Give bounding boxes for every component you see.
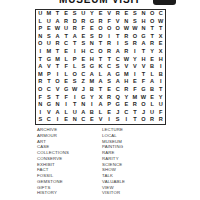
grid-cell-r12c5: I — [70, 94, 79, 102]
grid-cell-r6c2: M — [45, 48, 54, 56]
word-list-right-column: LECTURELOCALMUSEUMPAINTINGRARERARITYSCIE… — [102, 127, 164, 196]
grid-cell-r2c9: F — [105, 18, 114, 26]
grid-cell-r6c1: I — [36, 48, 45, 56]
grid-cell-r11c13: G — [139, 86, 148, 94]
grid-cell-r8c11: V — [122, 63, 131, 71]
grid-cell-r4c12: O — [131, 33, 140, 41]
grid-cell-r3c10: O — [113, 25, 122, 33]
grid-cell-r14c5: U — [70, 109, 79, 117]
grid-cell-r1c7: Y — [88, 10, 97, 18]
grid-cell-r10c11: H — [122, 78, 131, 86]
grid-cell-r10c15: I — [156, 78, 165, 86]
word-list-item: HISTORY — [37, 190, 99, 196]
grid-cell-r2c2: U — [45, 18, 54, 26]
grid-cell-r2c15: W — [156, 18, 165, 26]
grid-cell-r7c4: L — [62, 56, 71, 64]
grid-cell-r10c14: A — [148, 78, 157, 86]
grid-cell-r15c6: C — [79, 116, 88, 124]
grid-cell-r11c5: W — [70, 86, 79, 94]
grid-cell-r3c12: W — [131, 25, 140, 33]
grid-cell-r6c6: H — [79, 48, 88, 56]
grid-cell-r11c1: O — [36, 86, 45, 94]
grid-cell-r3c7: E — [88, 25, 97, 33]
grid-cell-r4c11: R — [122, 33, 131, 41]
grid-cell-r9c10: G — [113, 71, 122, 79]
grid-cell-r3c5: R — [70, 25, 79, 33]
grid-cell-r13c14: L — [148, 101, 157, 109]
grid-cell-r7c1: T — [36, 56, 45, 64]
grid-cell-r5c7: N — [88, 40, 97, 48]
grid-cell-r15c15: R — [156, 116, 165, 124]
grid-cell-r13c6: N — [79, 101, 88, 109]
grid-cell-r13c15: U — [156, 101, 165, 109]
grid-cell-r12c13: W — [139, 94, 148, 102]
grid-cell-r5c14: R — [148, 40, 157, 48]
grid-cell-r8c8: K — [96, 63, 105, 71]
grid-cell-r13c10: G — [113, 101, 122, 109]
grid-cell-r12c3: T — [53, 94, 62, 102]
grid-cell-r3c14: T — [148, 25, 157, 33]
grid-cell-r11c9: E — [105, 86, 114, 94]
grid-cell-r5c3: R — [53, 40, 62, 48]
grid-cell-r3c11: W — [122, 25, 131, 33]
grid-cell-r4c2: S — [45, 33, 54, 41]
grid-cell-r4c6: E — [79, 33, 88, 41]
grid-cell-r12c4: F — [62, 94, 71, 102]
grid-cell-r3c2: E — [45, 25, 54, 33]
grid-cell-r4c14: T — [148, 33, 157, 41]
grid-cell-r9c7: A — [88, 71, 97, 79]
grid-cell-r14c15: F — [156, 109, 165, 117]
grid-cell-r14c9: E — [105, 109, 114, 117]
grid-cell-r6c3: T — [53, 48, 62, 56]
grid-cell-r8c3: T — [53, 63, 62, 71]
grid-cell-r7c10: C — [113, 56, 122, 64]
grid-cell-r13c4: I — [62, 101, 71, 109]
grid-cell-r4c9: I — [105, 33, 114, 41]
grid-cell-r2c1: L — [36, 18, 45, 26]
grid-cell-r4c7: S — [88, 33, 97, 41]
grid-cell-r14c6: A — [79, 109, 88, 117]
grid-cell-r1c12: S — [131, 10, 140, 18]
grid-cell-r5c2: U — [45, 40, 54, 48]
grid-cell-r11c15: T — [156, 86, 165, 94]
grid-cell-r12c10: Q — [113, 94, 122, 102]
grid-cell-r2c11: N — [122, 18, 131, 26]
grid-cell-r13c12: R — [131, 101, 140, 109]
grid-cell-r7c6: E — [79, 56, 88, 64]
grid-cell-r10c7: M — [88, 78, 97, 86]
grid-cell-r13c3: N — [53, 101, 62, 109]
grid-cell-r1c13: N — [139, 10, 148, 18]
grid-cell-r3c9: O — [105, 25, 114, 33]
grid-cell-r7c14: E — [148, 56, 157, 64]
grid-cell-r9c12: I — [131, 71, 140, 79]
grid-cell-r9c8: L — [96, 71, 105, 79]
grid-cell-r11c4: G — [62, 86, 71, 94]
grid-cell-r5c5: T — [70, 40, 79, 48]
grid-cell-r8c5: L — [70, 63, 79, 71]
grid-cell-r15c5: N — [70, 116, 79, 124]
grid-cell-r2c7: G — [88, 18, 97, 26]
grid-cell-r5c11: S — [122, 40, 131, 48]
grid-cell-r5c1: O — [36, 40, 45, 48]
grid-cell-r9c15: B — [156, 71, 165, 79]
grid-cell-r3c15: T — [156, 25, 165, 33]
grid-cell-r15c1: S — [36, 116, 45, 124]
grid-cell-r11c14: B — [148, 86, 157, 94]
grid-cell-r11c11: R — [122, 86, 131, 94]
grid-cell-r2c13: H — [139, 18, 148, 26]
grid-cell-r5c12: R — [131, 40, 140, 48]
grid-cell-r7c11: W — [122, 56, 131, 64]
grid-cell-r4c10: T — [113, 33, 122, 41]
grid-cell-r6c11: R — [122, 48, 131, 56]
grid-cell-r2c6: R — [79, 18, 88, 26]
grid-cell-r1c5: S — [70, 10, 79, 18]
grid-cell-r11c2: C — [45, 86, 54, 94]
grid-cell-r2c5: D — [70, 18, 79, 26]
grid-cell-r9c5: O — [70, 71, 79, 79]
grid-cell-r15c4: E — [62, 116, 71, 124]
grid-cell-r9c6: C — [79, 71, 88, 79]
grid-cell-r4c1: N — [36, 33, 45, 41]
grid-cell-r8c6: S — [79, 63, 88, 71]
grid-cell-r7c8: T — [96, 56, 105, 64]
grid-cell-r2c3: A — [53, 18, 62, 26]
grid-cell-r5c9: R — [105, 40, 114, 48]
grid-cell-r7c7: H — [88, 56, 97, 64]
grid-cell-r14c3: A — [53, 109, 62, 117]
grid-cell-r1c14: O — [148, 10, 157, 18]
grid-cell-r7c3: M — [53, 56, 62, 64]
grid-cell-r11c7: B — [88, 86, 97, 94]
grid-cell-r10c3: O — [53, 78, 62, 86]
grid-cell-r12c12: M — [131, 94, 140, 102]
grid-cell-r10c9: S — [105, 78, 114, 86]
grid-cell-r14c8: L — [96, 109, 105, 117]
grid-cell-r13c11: E — [122, 101, 131, 109]
grid-cell-r12c15: Y — [156, 94, 165, 102]
grid-cell-r8c9: C — [105, 63, 114, 71]
grid-cell-r15c11: I — [122, 116, 131, 124]
grid-cell-r9c9: A — [105, 71, 114, 79]
grid-cell-r1c1: U — [36, 10, 45, 18]
grid-cell-r15c3: I — [53, 116, 62, 124]
grid-cell-r6c7: C — [88, 48, 97, 56]
grid-cell-r8c12: V — [131, 63, 140, 71]
grid-cell-r14c2: V — [45, 109, 54, 117]
grid-cell-r11c8: T — [96, 86, 105, 94]
grid-cell-r10c4: E — [62, 78, 71, 86]
grid-cell-r5c10: I — [113, 40, 122, 48]
grid-cell-r9c11: M — [122, 71, 131, 79]
grid-cell-r5c4: C — [62, 40, 71, 48]
grid-cell-r3c1: P — [36, 25, 45, 33]
grid-cell-r6c12: I — [131, 48, 140, 56]
grid-cell-r6c13: T — [139, 48, 148, 56]
grid-cell-r10c10: A — [113, 78, 122, 86]
grid-cell-r12c9: R — [105, 94, 114, 102]
grid-cell-r11c3: V — [53, 86, 62, 94]
grid-cell-r15c9: I — [105, 116, 114, 124]
grid-cell-r10c13: F — [139, 78, 148, 86]
grid-cell-r15c2: C — [45, 116, 54, 124]
grid-cell-r1c4: E — [62, 10, 71, 18]
grid-cell-r2c10: V — [113, 18, 122, 26]
grid-cell-r13c2: G — [45, 101, 54, 109]
grid-cell-r7c15: H — [156, 56, 165, 64]
grid-cell-r7c2: G — [45, 56, 54, 64]
grid-cell-r12c8: X — [96, 94, 105, 102]
grid-cell-r9c3: I — [53, 71, 62, 79]
grid-cell-r11c12: F — [131, 86, 140, 94]
grid-cell-r7c5: P — [70, 56, 79, 64]
grid-cell-r9c14: L — [148, 71, 157, 79]
grid-cell-r14c7: B — [88, 109, 97, 117]
grid-cell-r6c15: X — [156, 48, 165, 56]
grid-cell-r13c5: T — [70, 101, 79, 109]
grid-cell-r14c4: L — [62, 109, 71, 117]
grid-cell-r6c10: A — [113, 48, 122, 56]
grid-cell-r8c4: F — [62, 63, 71, 71]
grid-cell-r13c8: A — [96, 101, 105, 109]
grid-cell-r4c15: X — [156, 33, 165, 41]
grid-cell-r6c9: R — [105, 48, 114, 56]
grid-cell-r4c13: G — [139, 33, 148, 41]
grid-cell-r14c10: J — [113, 109, 122, 117]
grid-cell-r1c8: E — [96, 10, 105, 18]
grid-cell-r11c10: C — [113, 86, 122, 94]
grid-cell-r3c13: N — [139, 25, 148, 33]
grid-cell-r10c5: S — [70, 78, 79, 86]
grid-cell-r4c8: D — [96, 33, 105, 41]
grid-cell-r15c10: S — [113, 116, 122, 124]
grid-cell-r3c8: O — [96, 25, 105, 33]
grid-cell-r10c12: E — [131, 78, 140, 86]
grid-cell-r6c5: I — [70, 48, 79, 56]
grid-cell-r1c15: C — [156, 10, 165, 18]
grid-cell-r12c11: Y — [122, 94, 131, 102]
grid-cell-r5c13: A — [139, 40, 148, 48]
grid-cell-r8c15: I — [156, 63, 165, 71]
grid-cell-r2c12: S — [131, 18, 140, 26]
grid-cell-r2c8: R — [96, 18, 105, 26]
grid-cell-r8c13: V — [139, 63, 148, 71]
grid-cell-r6c4: E — [62, 48, 71, 56]
grid-cell-r7c13: H — [139, 56, 148, 64]
grid-cell-r15c7: E — [88, 116, 97, 124]
grid-cell-r6c14: Y — [148, 48, 157, 56]
grid-cell-r12c14: E — [148, 94, 157, 102]
grid-cell-r6c8: O — [96, 48, 105, 56]
grid-cell-r8c10: S — [113, 63, 122, 71]
grid-cell-r12c2: S — [45, 94, 54, 102]
grid-cell-r8c2: V — [45, 63, 54, 71]
grid-cell-r11c6: J — [79, 86, 88, 94]
grid-cell-r1c6: U — [79, 10, 88, 18]
word-search-grid: UMTESUYEVRESNOCLUARDRGRFVNSHOWPEWURFEOOO… — [35, 9, 166, 125]
grid-cell-r14c13: J — [139, 109, 148, 117]
grid-cell-r3c6: F — [79, 25, 88, 33]
grid-cell-r4c5: A — [70, 33, 79, 41]
grid-cell-r5c8: T — [96, 40, 105, 48]
grid-cell-r14c14: U — [148, 109, 157, 117]
grid-cell-r7c12: Y — [131, 56, 140, 64]
grid-cell-r9c4: L — [62, 71, 71, 79]
grid-cell-r10c1: R — [36, 78, 45, 86]
grid-cell-r7c9: T — [105, 56, 114, 64]
grid-cell-r9c2: P — [45, 71, 54, 79]
print-button[interactable] — [153, 0, 176, 5]
grid-cell-r15c14: R — [148, 116, 157, 124]
grid-cell-r14c12: T — [131, 109, 140, 117]
grid-cell-r2c4: R — [62, 18, 71, 26]
grid-cell-r12c6: G — [79, 94, 88, 102]
grid-cell-r12c7: Y — [88, 94, 97, 102]
grid-cell-r12c1: F — [36, 94, 45, 102]
grid-cell-r10c8: A — [96, 78, 105, 86]
grid-cell-r2c14: O — [148, 18, 157, 26]
grid-cell-r1c10: R — [113, 10, 122, 18]
grid-cell-r9c13: T — [139, 71, 148, 79]
grid-cell-r13c7: I — [88, 101, 97, 109]
grid-cell-r13c13: O — [139, 101, 148, 109]
grid-cell-r8c7: G — [88, 63, 97, 71]
grid-cell-r5c15: E — [156, 40, 165, 48]
grid-cell-r14c11: C — [122, 109, 131, 117]
grid-cell-r1c3: T — [53, 10, 62, 18]
grid-cell-r4c4: T — [62, 33, 71, 41]
grid-cell-r15c8: V — [96, 116, 105, 124]
grid-cell-r10c2: T — [45, 78, 54, 86]
grid-cell-r8c1: A — [36, 63, 45, 71]
grid-cell-r1c2: M — [45, 10, 54, 18]
grid-cell-r8c14: B — [148, 63, 157, 71]
grid-cell-r15c13: O — [139, 116, 148, 124]
grid-cell-r4c3: A — [53, 33, 62, 41]
grid-cell-r13c9: P — [105, 101, 114, 109]
grid-cell-r5c6: S — [79, 40, 88, 48]
grid-cell-r1c11: E — [122, 10, 131, 18]
grid-cell-r13c1: N — [36, 101, 45, 109]
grid-cell-r14c1: I — [36, 109, 45, 117]
grid-cell-r3c3: W — [53, 25, 62, 33]
grid-cell-r1c9: V — [105, 10, 114, 18]
word-list-left-column: ARCHIVEARMOURARTCASECOLLECTIONSCONSERVEE… — [37, 127, 99, 196]
grid-cell-r10c6: Z — [79, 78, 88, 86]
grid-cell-r9c1: M — [36, 71, 45, 79]
grid-cell-r3c4: U — [62, 25, 71, 33]
grid-cell-r15c12: T — [131, 116, 140, 124]
word-list-item: VISITOR — [102, 190, 164, 196]
